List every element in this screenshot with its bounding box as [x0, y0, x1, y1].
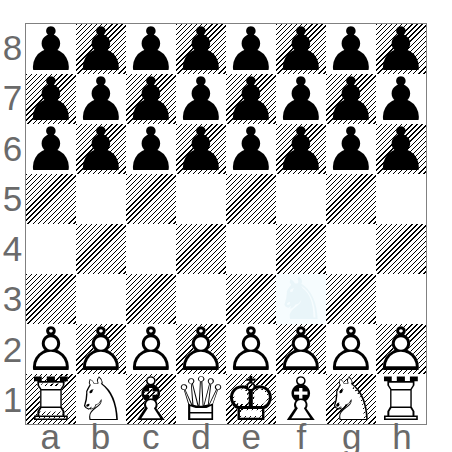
square-f6[interactable]: ♟: [276, 124, 326, 174]
piece-white-pawn-outline: ♙: [326, 324, 376, 374]
square-b6[interactable]: ♟: [76, 124, 126, 174]
piece-white-pawn-fill: ♟: [26, 324, 76, 374]
square-h2[interactable]: ♟♙: [376, 324, 426, 374]
file-label-g: g: [327, 424, 377, 452]
piece-white-pawn-outline: ♙: [176, 324, 226, 374]
piece-white-pawn-fill: ♟: [126, 324, 176, 374]
piece-white-pawn-outline: ♙: [126, 324, 176, 374]
board: ♟♟♟♟♟♟♟♟♟♟♟♟♟♟♟♟♟♟♟♟♟♟♟♟♞♟♙♟♙♟♙♟♙♟♙♟♙♟♙♟…: [25, 23, 427, 425]
square-f5[interactable]: [276, 174, 326, 224]
square-h4[interactable]: [376, 224, 426, 274]
rank-label-8: 8: [0, 23, 25, 73]
file-label-h: h: [377, 424, 427, 452]
file-labels: abcdefgh: [25, 424, 427, 452]
file-label-b: b: [75, 424, 125, 452]
piece-black-pawn[interactable]: ♟: [276, 124, 326, 174]
square-h6[interactable]: ♟: [376, 124, 426, 174]
piece-white-pawn[interactable]: ♟♙: [26, 324, 76, 374]
rank-label-7: 7: [0, 73, 25, 123]
piece-black-pawn[interactable]: ♟: [376, 124, 426, 174]
square-a2[interactable]: ♟♙: [26, 324, 76, 374]
square-g5[interactable]: [326, 174, 376, 224]
piece-black-pawn[interactable]: ♟: [126, 124, 176, 174]
square-a6[interactable]: ♟: [26, 124, 76, 174]
square-d5[interactable]: [176, 174, 226, 224]
piece-black-pawn[interactable]: ♟: [226, 124, 276, 174]
square-c2[interactable]: ♟♙: [126, 324, 176, 374]
square-e4[interactable]: [226, 224, 276, 274]
rank-label-5: 5: [0, 174, 25, 224]
piece-black-pawn[interactable]: ♟: [76, 124, 126, 174]
piece-white-pawn-fill: ♟: [326, 324, 376, 374]
piece-white-pawn-outline: ♙: [76, 324, 126, 374]
square-a3[interactable]: [26, 274, 76, 324]
piece-white-pawn[interactable]: ♟♙: [126, 324, 176, 374]
square-d2[interactable]: ♟♙: [176, 324, 226, 374]
piece-white-pawn-outline: ♙: [376, 324, 426, 374]
square-g6[interactable]: ♟: [326, 124, 376, 174]
rank-labels: 87654321: [0, 23, 25, 425]
square-d3[interactable]: [176, 274, 226, 324]
square-d4[interactable]: [176, 224, 226, 274]
piece-white-pawn[interactable]: ♟♙: [326, 324, 376, 374]
piece-white-pawn[interactable]: ♟♙: [376, 324, 426, 374]
square-c4[interactable]: [126, 224, 176, 274]
rank-label-2: 2: [0, 325, 25, 375]
rank-label-1: 1: [0, 375, 25, 425]
square-c5[interactable]: [126, 174, 176, 224]
file-label-e: e: [226, 424, 276, 452]
chess-diagram: 87654321 ♟♟♟♟♟♟♟♟♟♟♟♟♟♟♟♟♟♟♟♟♟♟♟♟♞♟♙♟♙♟♙…: [0, 0, 452, 452]
square-f2[interactable]: ♟♙: [276, 324, 326, 374]
piece-white-pawn[interactable]: ♟♙: [176, 324, 226, 374]
rank-label-4: 4: [0, 224, 25, 274]
square-b4[interactable]: [76, 224, 126, 274]
square-b5[interactable]: [76, 174, 126, 224]
ghost-piece-knight: ♞: [276, 274, 326, 324]
square-e6[interactable]: ♟: [226, 124, 276, 174]
square-a4[interactable]: [26, 224, 76, 274]
square-f3[interactable]: ♞: [276, 274, 326, 324]
file-label-a: a: [25, 424, 75, 452]
piece-white-pawn-fill: ♟: [376, 324, 426, 374]
square-e5[interactable]: [226, 174, 276, 224]
square-g2[interactable]: ♟♙: [326, 324, 376, 374]
piece-white-pawn-outline: ♙: [26, 324, 76, 374]
rank-label-6: 6: [0, 124, 25, 174]
square-a5[interactable]: [26, 174, 76, 224]
square-e2[interactable]: ♟♙: [226, 324, 276, 374]
square-g4[interactable]: [326, 224, 376, 274]
piece-black-pawn[interactable]: ♟: [326, 124, 376, 174]
square-b2[interactable]: ♟♙: [76, 324, 126, 374]
piece-white-pawn-fill: ♟: [176, 324, 226, 374]
square-c3[interactable]: [126, 274, 176, 324]
square-b3[interactable]: [76, 274, 126, 324]
square-h3[interactable]: [376, 274, 426, 324]
piece-white-pawn[interactable]: ♟♙: [226, 324, 276, 374]
square-d6[interactable]: ♟: [176, 124, 226, 174]
piece-white-pawn-outline: ♙: [276, 324, 326, 374]
square-e3[interactable]: [226, 274, 276, 324]
rank-label-3: 3: [0, 274, 25, 324]
piece-white-pawn[interactable]: ♟♙: [276, 324, 326, 374]
piece-black-pawn[interactable]: ♟: [176, 124, 226, 174]
file-label-f: f: [276, 424, 326, 452]
file-label-d: d: [176, 424, 226, 452]
file-label-c: c: [126, 424, 176, 452]
piece-white-pawn-fill: ♟: [226, 324, 276, 374]
square-h5[interactable]: [376, 174, 426, 224]
piece-white-pawn-fill: ♟: [76, 324, 126, 374]
piece-black-pawn[interactable]: ♟: [26, 124, 76, 174]
square-c6[interactable]: ♟: [126, 124, 176, 174]
square-g3[interactable]: [326, 274, 376, 324]
piece-white-pawn-fill: ♟: [276, 324, 326, 374]
piece-white-pawn-outline: ♙: [226, 324, 276, 374]
piece-white-pawn[interactable]: ♟♙: [76, 324, 126, 374]
